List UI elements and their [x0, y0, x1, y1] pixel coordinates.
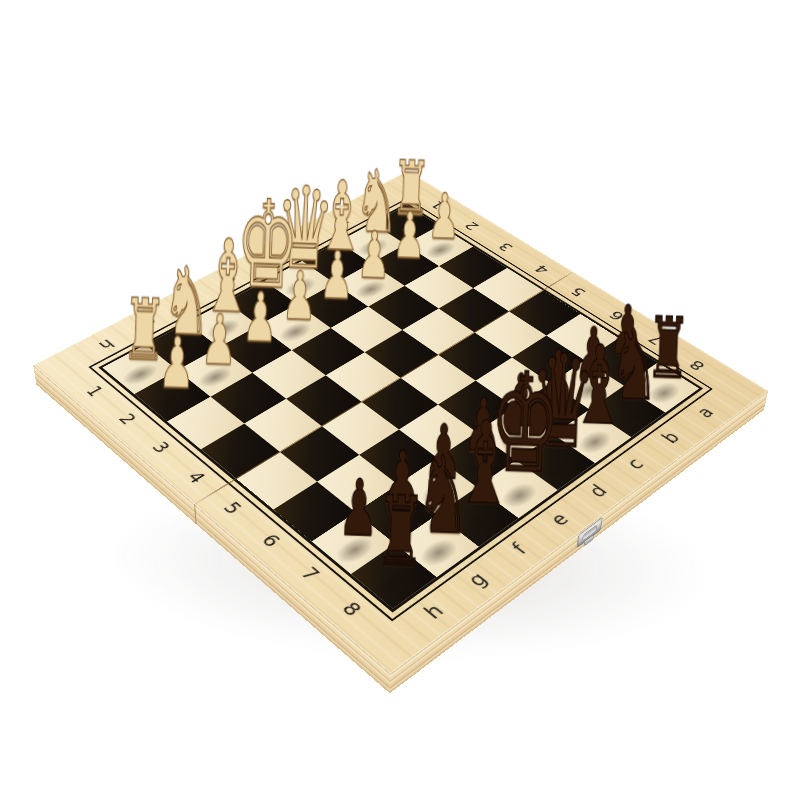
- camera-tilt: hgfedcba hgfedcba 12345678 12345678 ♜♞♝♚…: [0, 0, 800, 800]
- playing-field-border: ♜♞♝♚♛♝♞♜♟♟♟♟♟♟♟♟♟♟♟♟♟♟♟♟♜♞♝♚♛♝♞♜: [98, 203, 703, 613]
- board-surface: hgfedcba hgfedcba 12345678 12345678 ♜♞♝♚…: [33, 171, 768, 674]
- playing-field: ♜♞♝♚♛♝♞♜♟♟♟♟♟♟♟♟♟♟♟♟♟♟♟♟♜♞♝♚♛♝♞♜: [103, 205, 699, 609]
- chess-board: hgfedcba hgfedcba 12345678 12345678 ♜♞♝♚…: [33, 171, 768, 674]
- black-rook-glyph: ♜: [349, 481, 452, 581]
- white-pawn-glyph: ♟: [132, 326, 223, 400]
- perspective-scene: hgfedcba hgfedcba 12345678 12345678 ♜♞♝♚…: [0, 0, 800, 800]
- product-photo: hgfedcba hgfedcba 12345678 12345678 ♜♞♝♚…: [0, 0, 800, 800]
